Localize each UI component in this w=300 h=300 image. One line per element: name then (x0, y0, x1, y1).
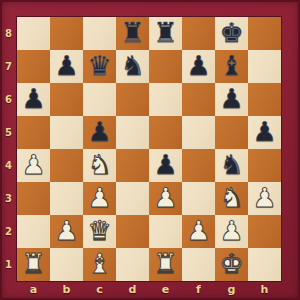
square-e7[interactable] (149, 50, 182, 83)
rank-label-2: 2 (1, 215, 16, 248)
piece-black-king-g8[interactable]: ♚ (215, 17, 248, 50)
piece-white-knight-g3[interactable]: ♞ (215, 182, 248, 215)
piece-white-king-g1[interactable]: ♚ (215, 248, 248, 281)
square-c8[interactable] (83, 17, 116, 50)
piece-white-knight-c4[interactable]: ♞ (83, 149, 116, 182)
square-c2[interactable]: ♛ (83, 215, 116, 248)
square-h5[interactable]: ♟ (248, 116, 281, 149)
square-b7[interactable]: ♟ (50, 50, 83, 83)
square-f6[interactable] (182, 83, 215, 116)
square-g4[interactable]: ♞ (215, 149, 248, 182)
square-e1[interactable]: ♜ (149, 248, 182, 281)
square-b1[interactable] (50, 248, 83, 281)
square-a6[interactable]: ♟ (17, 83, 50, 116)
square-f2[interactable]: ♟ (182, 215, 215, 248)
square-g1[interactable]: ♚ (215, 248, 248, 281)
square-g8[interactable]: ♚ (215, 17, 248, 50)
file-label-e: e (149, 281, 182, 299)
square-f1[interactable] (182, 248, 215, 281)
piece-white-bishop-c1[interactable]: ♝ (83, 248, 116, 281)
chess-board: ♜♜♚♟♛♞♟♝♟♟♟♟♟♞♟♞♟♟♞♟♟♛♟♟♜♝♜♚ (17, 17, 281, 281)
rank-label-8: 8 (1, 17, 16, 50)
piece-black-rook-d8[interactable]: ♜ (116, 17, 149, 50)
square-h3[interactable]: ♟ (248, 182, 281, 215)
piece-black-bishop-g7[interactable]: ♝ (215, 50, 248, 83)
square-b2[interactable]: ♟ (50, 215, 83, 248)
square-h2[interactable] (248, 215, 281, 248)
square-b8[interactable] (50, 17, 83, 50)
square-h4[interactable] (248, 149, 281, 182)
square-d7[interactable]: ♞ (116, 50, 149, 83)
square-f7[interactable]: ♟ (182, 50, 215, 83)
square-a8[interactable] (17, 17, 50, 50)
square-e5[interactable] (149, 116, 182, 149)
piece-white-queen-c2[interactable]: ♛ (83, 215, 116, 248)
piece-white-pawn-e3[interactable]: ♟ (149, 182, 182, 215)
piece-white-rook-e1[interactable]: ♜ (149, 248, 182, 281)
square-g2[interactable]: ♟ (215, 215, 248, 248)
piece-black-knight-g4[interactable]: ♞ (215, 149, 248, 182)
piece-white-pawn-h3[interactable]: ♟ (248, 182, 281, 215)
square-e8[interactable]: ♜ (149, 17, 182, 50)
rank-label-7: 7 (1, 50, 16, 83)
piece-black-knight-d7[interactable]: ♞ (116, 50, 149, 83)
piece-white-pawn-g2[interactable]: ♟ (215, 215, 248, 248)
square-f4[interactable] (182, 149, 215, 182)
piece-black-pawn-f7[interactable]: ♟ (182, 50, 215, 83)
square-d8[interactable]: ♜ (116, 17, 149, 50)
square-h8[interactable] (248, 17, 281, 50)
square-c5[interactable]: ♟ (83, 116, 116, 149)
square-a3[interactable] (17, 182, 50, 215)
piece-white-rook-a1[interactable]: ♜ (17, 248, 50, 281)
piece-black-pawn-c5[interactable]: ♟ (83, 116, 116, 149)
file-label-g: g (215, 281, 248, 299)
square-f3[interactable] (182, 182, 215, 215)
square-b5[interactable] (50, 116, 83, 149)
rank-label-5: 5 (1, 116, 16, 149)
square-g3[interactable]: ♞ (215, 182, 248, 215)
square-c6[interactable] (83, 83, 116, 116)
square-h6[interactable] (248, 83, 281, 116)
square-d6[interactable] (116, 83, 149, 116)
square-b6[interactable] (50, 83, 83, 116)
rank-label-1: 1 (1, 248, 16, 281)
rank-label-6: 6 (1, 83, 16, 116)
square-e3[interactable]: ♟ (149, 182, 182, 215)
square-c3[interactable]: ♟ (83, 182, 116, 215)
square-d2[interactable] (116, 215, 149, 248)
rank-label-4: 4 (1, 149, 16, 182)
piece-black-pawn-g6[interactable]: ♟ (215, 83, 248, 116)
square-h7[interactable] (248, 50, 281, 83)
piece-white-pawn-b2[interactable]: ♟ (50, 215, 83, 248)
square-a4[interactable]: ♟ (17, 149, 50, 182)
square-e4[interactable]: ♟ (149, 149, 182, 182)
file-label-h: h (248, 281, 281, 299)
square-a7[interactable] (17, 50, 50, 83)
square-g6[interactable]: ♟ (215, 83, 248, 116)
piece-black-pawn-a6[interactable]: ♟ (17, 83, 50, 116)
piece-black-pawn-e4[interactable]: ♟ (149, 149, 182, 182)
square-d5[interactable] (116, 116, 149, 149)
piece-black-rook-e8[interactable]: ♜ (149, 17, 182, 50)
square-h1[interactable] (248, 248, 281, 281)
rank-label-3: 3 (1, 182, 16, 215)
piece-white-pawn-c3[interactable]: ♟ (83, 182, 116, 215)
file-label-c: c (83, 281, 116, 299)
file-label-a: a (17, 281, 50, 299)
square-c7[interactable]: ♛ (83, 50, 116, 83)
square-e2[interactable] (149, 215, 182, 248)
square-b4[interactable] (50, 149, 83, 182)
square-g5[interactable] (215, 116, 248, 149)
square-d4[interactable] (116, 149, 149, 182)
square-a2[interactable] (17, 215, 50, 248)
square-d3[interactable] (116, 182, 149, 215)
square-f5[interactable] (182, 116, 215, 149)
square-f8[interactable] (182, 17, 215, 50)
square-a1[interactable]: ♜ (17, 248, 50, 281)
square-d1[interactable] (116, 248, 149, 281)
file-label-d: d (116, 281, 149, 299)
file-label-f: f (182, 281, 215, 299)
square-a5[interactable] (17, 116, 50, 149)
file-label-b: b (50, 281, 83, 299)
piece-black-pawn-b7[interactable]: ♟ (50, 50, 83, 83)
piece-white-pawn-f2[interactable]: ♟ (182, 215, 215, 248)
square-e6[interactable] (149, 83, 182, 116)
square-b3[interactable] (50, 182, 83, 215)
piece-black-queen-c7[interactable]: ♛ (83, 50, 116, 83)
piece-black-pawn-h5[interactable]: ♟ (248, 116, 281, 149)
chess-board-frame: ♜♜♚♟♛♞♟♝♟♟♟♟♟♞♟♞♟♟♞♟♟♛♟♟♜♝♜♚ 87654321 ab… (0, 0, 300, 300)
piece-white-pawn-a4[interactable]: ♟ (17, 149, 50, 182)
square-c4[interactable]: ♞ (83, 149, 116, 182)
square-g7[interactable]: ♝ (215, 50, 248, 83)
square-c1[interactable]: ♝ (83, 248, 116, 281)
